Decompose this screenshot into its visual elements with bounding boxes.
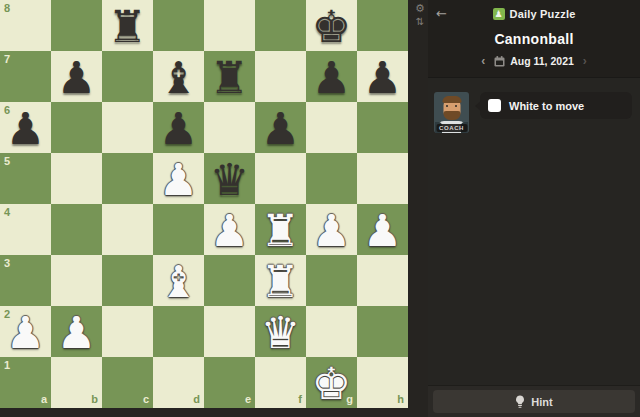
coach-avatar-beard bbox=[443, 111, 460, 120]
square-e3[interactable] bbox=[204, 255, 255, 306]
square-h8[interactable] bbox=[357, 0, 408, 51]
coach-avatar-hair bbox=[442, 96, 461, 103]
square-f6[interactable]: ♟ bbox=[255, 102, 306, 153]
square-g6[interactable] bbox=[306, 102, 357, 153]
square-f1[interactable]: f bbox=[255, 357, 306, 408]
square-f4[interactable]: ♜ bbox=[255, 204, 306, 255]
coach-avatar-eye bbox=[455, 105, 457, 107]
square-a5[interactable]: 5 bbox=[0, 153, 51, 204]
square-h6[interactable] bbox=[357, 102, 408, 153]
date-navigation: ‹ Aug 11, 2021 › bbox=[434, 55, 634, 67]
square-g7[interactable]: ♟ bbox=[306, 51, 357, 102]
square-d3[interactable]: ♝ bbox=[153, 255, 204, 306]
square-d2[interactable] bbox=[153, 306, 204, 357]
square-e1[interactable]: e bbox=[204, 357, 255, 408]
piece-white-rook-f4[interactable]: ♜ bbox=[255, 204, 306, 255]
puzzle-name: Cannonball bbox=[434, 31, 634, 47]
prev-date-chevron-icon[interactable]: ‹ bbox=[481, 55, 485, 67]
square-h3[interactable] bbox=[357, 255, 408, 306]
square-a7[interactable]: 7 bbox=[0, 51, 51, 102]
square-a6[interactable]: 6♟ bbox=[0, 102, 51, 153]
square-g8[interactable]: ♚ bbox=[306, 0, 357, 51]
rank-label-1: 1 bbox=[4, 360, 10, 371]
square-e8[interactable] bbox=[204, 0, 255, 51]
file-label-c: c bbox=[143, 394, 149, 405]
square-c3[interactable] bbox=[102, 255, 153, 306]
piece-white-pawn-a2[interactable]: ♟ bbox=[0, 306, 51, 357]
move-prompt-text: White to move bbox=[509, 100, 584, 112]
square-a2[interactable]: 2♟ bbox=[0, 306, 51, 357]
square-g5[interactable] bbox=[306, 153, 357, 204]
square-c7[interactable] bbox=[102, 51, 153, 102]
panel-main: COACH White to move bbox=[428, 78, 640, 385]
piece-white-pawn-d5[interactable]: ♟ bbox=[153, 153, 204, 204]
hint-button[interactable]: Hint bbox=[433, 390, 635, 413]
square-h2[interactable] bbox=[357, 306, 408, 357]
square-h4[interactable]: ♟ bbox=[357, 204, 408, 255]
daily-puzzle-page: 8♜♚7♟♝♜♟♟6♟♟♟5♟♛4♟♜♟♟3♝♜2♟♟♛1abcdefg♚h ⚙… bbox=[0, 0, 640, 417]
square-e6[interactable] bbox=[204, 102, 255, 153]
message-bubble: White to move bbox=[480, 92, 632, 119]
piece-black-pawn-b7[interactable]: ♟ bbox=[51, 51, 102, 102]
piece-white-rook-f3[interactable]: ♜ bbox=[255, 255, 306, 306]
piece-black-pawn-f6[interactable]: ♟ bbox=[255, 102, 306, 153]
square-d6[interactable]: ♟ bbox=[153, 102, 204, 153]
square-e2[interactable] bbox=[204, 306, 255, 357]
daily-puzzle-icon: ♟ bbox=[493, 8, 505, 20]
square-h7[interactable]: ♟ bbox=[357, 51, 408, 102]
square-a4[interactable]: 4 bbox=[0, 204, 51, 255]
puzzle-panel: ← ♟ Daily Puzzle Cannonball ‹ Aug 11, 20… bbox=[428, 0, 640, 417]
square-g2[interactable] bbox=[306, 306, 357, 357]
board-grid: 8♜♚7♟♝♜♟♟6♟♟♟5♟♛4♟♜♟♟3♝♜2♟♟♛1abcdefg♚h bbox=[0, 0, 408, 408]
square-c5[interactable] bbox=[102, 153, 153, 204]
file-label-e: e bbox=[245, 394, 251, 405]
square-b7[interactable]: ♟ bbox=[51, 51, 102, 102]
file-label-h: h bbox=[397, 394, 404, 405]
hint-button-label: Hint bbox=[531, 396, 552, 408]
piece-black-rook-c8[interactable]: ♜ bbox=[102, 0, 153, 51]
date-group: Aug 11, 2021 bbox=[494, 55, 574, 67]
panel-header-row: ← ♟ Daily Puzzle bbox=[434, 6, 634, 22]
back-arrow-icon[interactable]: ← bbox=[436, 6, 447, 22]
square-g1[interactable]: g♚ bbox=[306, 357, 357, 408]
square-b6[interactable] bbox=[51, 102, 102, 153]
piece-black-pawn-h7[interactable]: ♟ bbox=[357, 51, 408, 102]
daily-puzzle-heading: ♟ Daily Puzzle bbox=[434, 6, 634, 22]
piece-black-pawn-a6[interactable]: ♟ bbox=[0, 102, 51, 153]
panel-header-block: ← ♟ Daily Puzzle Cannonball ‹ Aug 11, 20… bbox=[428, 0, 640, 78]
square-b8[interactable] bbox=[51, 0, 102, 51]
settings-gear-icon[interactable]: ⚙ bbox=[415, 3, 425, 15]
piece-white-queen-f2[interactable]: ♛ bbox=[255, 306, 306, 357]
square-h1[interactable]: h bbox=[357, 357, 408, 408]
piece-black-rook-e7[interactable]: ♜ bbox=[204, 51, 255, 102]
square-a8[interactable]: 8 bbox=[0, 0, 51, 51]
rank-label-4: 4 bbox=[4, 207, 10, 218]
square-c1[interactable]: c bbox=[102, 357, 153, 408]
flip-board-icon[interactable]: ⇅ bbox=[416, 16, 424, 28]
coach-message-row: COACH White to move bbox=[434, 92, 632, 133]
square-b4[interactable] bbox=[51, 204, 102, 255]
next-date-chevron-icon[interactable]: › bbox=[583, 55, 587, 67]
piece-white-pawn-h4[interactable]: ♟ bbox=[357, 204, 408, 255]
square-a3[interactable]: 3 bbox=[0, 255, 51, 306]
square-e5[interactable]: ♛ bbox=[204, 153, 255, 204]
square-f8[interactable] bbox=[255, 0, 306, 51]
message-bubble-tail bbox=[475, 101, 481, 111]
file-label-d: d bbox=[193, 394, 200, 405]
rank-label-7: 7 bbox=[4, 54, 10, 65]
square-c2[interactable] bbox=[102, 306, 153, 357]
piece-black-king-g8[interactable]: ♚ bbox=[306, 0, 357, 51]
file-label-f: f bbox=[298, 394, 302, 405]
file-label-b: b bbox=[91, 394, 98, 405]
message-bubble-wrap: White to move bbox=[480, 92, 632, 119]
square-g4[interactable]: ♟ bbox=[306, 204, 357, 255]
square-b5[interactable] bbox=[51, 153, 102, 204]
square-f5[interactable] bbox=[255, 153, 306, 204]
piece-white-pawn-g4[interactable]: ♟ bbox=[306, 204, 357, 255]
square-d4[interactable] bbox=[153, 204, 204, 255]
piece-white-bishop-d3[interactable]: ♝ bbox=[153, 255, 204, 306]
square-c6[interactable] bbox=[102, 102, 153, 153]
puzzle-date: Aug 11, 2021 bbox=[510, 55, 574, 67]
lightbulb-icon bbox=[515, 395, 525, 408]
panel-footer: Hint bbox=[428, 385, 640, 417]
piece-black-pawn-g7[interactable]: ♟ bbox=[306, 51, 357, 102]
chess-board: 8♜♚7♟♝♜♟♟6♟♟♟5♟♛4♟♜♟♟3♝♜2♟♟♛1abcdefg♚h bbox=[0, 0, 408, 408]
square-d8[interactable] bbox=[153, 0, 204, 51]
square-e4[interactable]: ♟ bbox=[204, 204, 255, 255]
square-d5[interactable]: ♟ bbox=[153, 153, 204, 204]
piece-black-pawn-d6[interactable]: ♟ bbox=[153, 102, 204, 153]
square-d7[interactable]: ♝ bbox=[153, 51, 204, 102]
daily-puzzle-title: Daily Puzzle bbox=[510, 8, 576, 20]
square-c4[interactable] bbox=[102, 204, 153, 255]
square-d1[interactable]: d bbox=[153, 357, 204, 408]
square-f7[interactable] bbox=[255, 51, 306, 102]
rank-label-3: 3 bbox=[4, 258, 10, 269]
piece-black-queen-e5[interactable]: ♛ bbox=[204, 153, 255, 204]
coach-avatar: COACH bbox=[434, 92, 469, 133]
rank-label-8: 8 bbox=[4, 3, 10, 14]
piece-black-bishop-d7[interactable]: ♝ bbox=[153, 51, 204, 102]
square-e7[interactable]: ♜ bbox=[204, 51, 255, 102]
piece-white-king-g1[interactable]: ♚ bbox=[306, 357, 357, 408]
white-side-indicator-icon bbox=[488, 99, 501, 112]
square-b2[interactable]: ♟ bbox=[51, 306, 102, 357]
file-label-a: a bbox=[41, 394, 47, 405]
rank-label-5: 5 bbox=[4, 156, 10, 167]
square-b1[interactable]: b bbox=[51, 357, 102, 408]
piece-white-pawn-b2[interactable]: ♟ bbox=[51, 306, 102, 357]
calendar-icon bbox=[494, 56, 505, 67]
square-f3[interactable]: ♜ bbox=[255, 255, 306, 306]
square-f2[interactable]: ♛ bbox=[255, 306, 306, 357]
coach-badge: COACH bbox=[436, 124, 467, 132]
board-controls: ⚙ ⇅ bbox=[412, 3, 428, 28]
square-a1[interactable]: 1a bbox=[0, 357, 51, 408]
coach-avatar-eye bbox=[446, 105, 448, 107]
piece-white-pawn-e4[interactable]: ♟ bbox=[204, 204, 255, 255]
square-c8[interactable]: ♜ bbox=[102, 0, 153, 51]
square-g3[interactable] bbox=[306, 255, 357, 306]
square-h5[interactable] bbox=[357, 153, 408, 204]
square-b3[interactable] bbox=[51, 255, 102, 306]
